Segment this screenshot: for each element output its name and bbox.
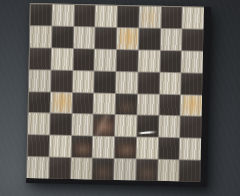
board-square	[159, 94, 180, 115]
board-square	[158, 160, 179, 181]
board-square	[180, 117, 201, 138]
board-square	[52, 26, 73, 47]
board-square	[160, 51, 181, 72]
board-square	[51, 48, 72, 69]
board-square	[30, 4, 51, 25]
board-square	[72, 93, 93, 114]
board-square	[50, 92, 71, 113]
board-square	[28, 135, 49, 156]
board-square	[73, 49, 94, 70]
board-square	[183, 7, 204, 28]
board-face	[26, 3, 204, 182]
marble-chessboard	[26, 3, 211, 187]
board-square	[93, 115, 114, 136]
board-square	[95, 49, 116, 70]
board-square	[117, 50, 138, 71]
board-square	[160, 72, 181, 93]
board-square	[29, 92, 50, 113]
board-square	[181, 95, 202, 116]
board-square	[139, 6, 160, 27]
board-square	[92, 159, 113, 180]
board-square	[116, 93, 137, 114]
board-square	[180, 139, 201, 160]
board-square	[158, 138, 179, 159]
board-square	[159, 116, 180, 137]
board-square	[28, 113, 49, 134]
board-square	[95, 27, 116, 48]
board-square	[137, 116, 158, 137]
board-square	[115, 115, 136, 136]
board-square	[73, 71, 94, 92]
board-square	[139, 28, 160, 49]
board-square	[49, 158, 70, 179]
board-square	[179, 160, 200, 181]
board-square	[137, 94, 158, 115]
board-square	[114, 159, 135, 180]
board-square	[115, 137, 136, 158]
board-square	[160, 29, 181, 50]
board-square	[29, 70, 50, 91]
board-square	[30, 26, 51, 47]
board-square	[181, 73, 202, 94]
board-square	[136, 160, 157, 181]
board-square	[73, 27, 94, 48]
board-square	[71, 136, 92, 157]
board-square	[51, 70, 72, 91]
board-square	[74, 5, 95, 26]
board-square	[30, 48, 51, 69]
board-square	[71, 158, 92, 179]
board-square	[138, 50, 159, 71]
board-square	[161, 7, 182, 28]
board-square	[52, 5, 73, 26]
board-square	[96, 6, 117, 27]
board-square	[116, 72, 137, 93]
board-square	[94, 93, 115, 114]
board-square	[72, 114, 93, 135]
board-square	[136, 138, 157, 159]
board-square	[49, 136, 70, 157]
board-square	[50, 114, 71, 135]
scene	[0, 0, 240, 196]
board-square	[93, 137, 114, 158]
board-square	[182, 29, 203, 50]
board-square	[94, 71, 115, 92]
board-square	[117, 28, 138, 49]
board-square	[182, 51, 203, 72]
board-square	[117, 6, 138, 27]
board-square	[138, 72, 159, 93]
board-square	[27, 157, 48, 178]
